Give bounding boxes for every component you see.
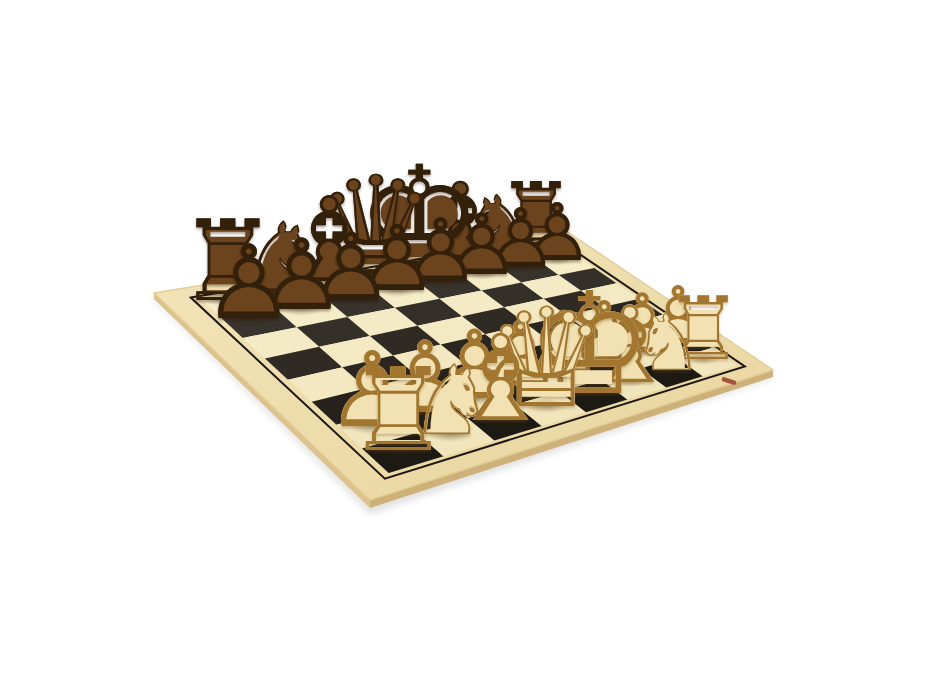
chess-set-photo: ♜♖♞♘♝♗♛♕♚♔♝♗♞♘♜♖♟♙♟♙♟♙♟♙♟♙♟♙♟♙♟♙♟♙♟♙♟♙♟♙…: [0, 0, 928, 686]
chessboard: [0, 0, 928, 686]
